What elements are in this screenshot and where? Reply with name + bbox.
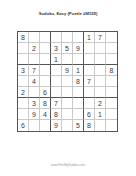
cell-r3c7 [84,54,95,65]
cell-r8c1 [18,109,29,120]
page-title: Sudoku, Easy (Puzzle #M159) [20,12,115,16]
cell-r7c2: 3 [29,98,40,109]
cell-r7c6 [73,98,84,109]
cell-r8c8: 1 [95,109,106,120]
cell-r8c2: 9 [29,109,40,120]
cell-r7c9 [106,98,117,109]
cell-r9c8 [95,120,106,131]
cell-r5c4 [51,76,62,87]
cell-r3c3 [40,54,51,65]
cell-r8c4: 8 [51,109,62,120]
cell-r6c4 [51,87,62,98]
cell-r8c5 [62,109,73,120]
cell-r8c9 [106,109,117,120]
cell-r4c7 [84,65,95,76]
cell-r4c1: 3 [18,65,29,76]
cell-r4c6: 1 [73,65,84,76]
cell-r6c5 [62,87,73,98]
cell-r9c6: 5 [73,120,84,131]
cell-r2c5: 5 [62,43,73,54]
cell-r9c5 [62,120,73,131]
cell-r4c4 [51,65,62,76]
cell-r3c8 [95,54,106,65]
cell-r1c9 [106,32,117,43]
cell-r5c5 [62,76,73,87]
cell-r1c8: 7 [95,32,106,43]
cell-r5c7: 7 [84,76,95,87]
sudoku-board: 8172359137918487263872948616958 [17,31,118,132]
cell-r3c1 [18,54,29,65]
cell-r2c2: 2 [29,43,40,54]
cell-r7c1 [18,98,29,109]
cell-r6c8 [95,87,106,98]
cell-r4c2: 7 [29,65,40,76]
cell-r1c1: 8 [18,32,29,43]
cell-r7c8: 2 [95,98,106,109]
cell-r7c7 [84,98,95,109]
cell-r6c6 [73,87,84,98]
cell-r4c3 [40,65,51,76]
cell-r9c3 [40,120,51,131]
cell-r3c9 [106,54,117,65]
cell-r7c4: 7 [51,98,62,109]
cell-r8c6 [73,109,84,120]
cell-r5c8 [95,76,106,87]
cell-r1c2 [29,32,40,43]
cell-r5c6: 8 [73,76,84,87]
cell-r4c9: 8 [106,65,117,76]
cell-r8c3: 4 [40,109,51,120]
cell-r6c1: 2 [18,87,29,98]
cell-r2c6: 9 [73,43,84,54]
cell-r1c7: 1 [84,32,95,43]
cell-r9c7: 8 [84,120,95,131]
cell-r4c8 [95,65,106,76]
footer-url: www.PrintMySudoku.com [34,164,102,167]
cell-r5c2: 4 [29,76,40,87]
cell-r9c9 [106,120,117,131]
cell-r6c9 [106,87,117,98]
cell-r2c8 [95,43,106,54]
cell-r5c9 [106,76,117,87]
cell-r3c2 [29,54,40,65]
cell-r2c9 [106,43,117,54]
cell-r9c4: 9 [51,120,62,131]
cell-r2c3 [40,43,51,54]
cell-r6c3: 6 [40,87,51,98]
cell-r2c7 [84,43,95,54]
cell-r2c1 [18,43,29,54]
cell-r3c4: 1 [51,54,62,65]
cell-r3c6 [73,54,84,65]
cell-r6c2 [29,87,40,98]
cell-r5c1 [18,76,29,87]
cell-r8c7: 6 [84,109,95,120]
cell-r1c5 [62,32,73,43]
cell-r9c2 [29,120,40,131]
cell-r2c4: 3 [51,43,62,54]
cell-r4c5: 9 [62,65,73,76]
cell-r1c4 [51,32,62,43]
cell-r3c5 [62,54,73,65]
cell-r6c7 [84,87,95,98]
cell-r7c5 [62,98,73,109]
cell-r7c3: 8 [40,98,51,109]
cell-r1c3 [40,32,51,43]
cell-r5c3 [40,76,51,87]
cell-r9c1: 6 [18,120,29,131]
cell-r1c6 [73,32,84,43]
print-page: Sudoku, Easy (Puzzle #M159) 817235913791… [0,0,136,176]
